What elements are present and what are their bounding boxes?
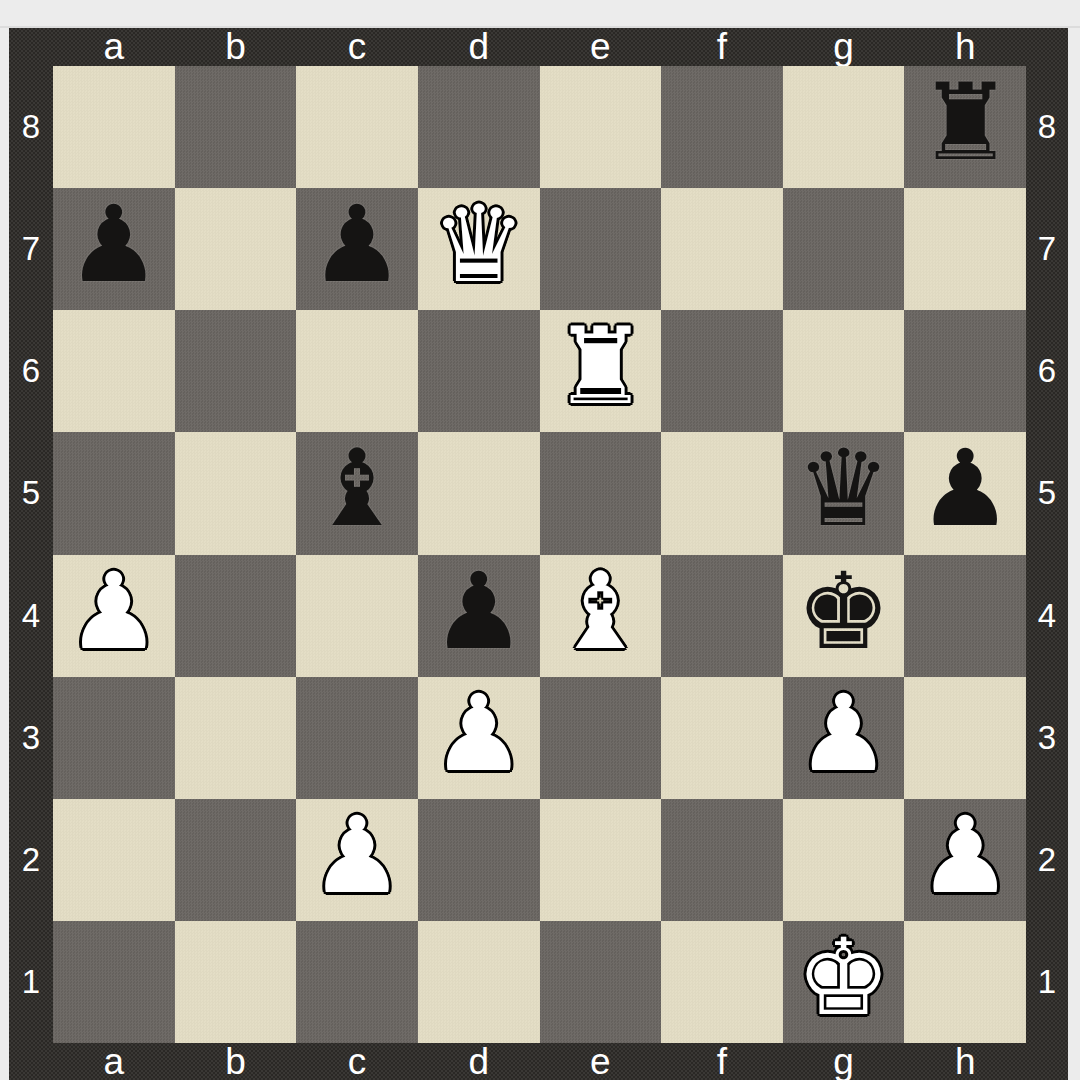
square-b2[interactable] [175,799,297,921]
black-pawn[interactable]: ♟ [66,192,161,298]
file-label-bottom-e: e [540,1043,662,1080]
rank-label-right-1: 1 [1026,921,1068,1043]
file-label-bottom-g: g [783,1043,905,1080]
square-a2[interactable] [53,799,175,921]
white-queen[interactable]: ♛ [431,192,526,298]
rank-label-left-1: 1 [9,921,53,1043]
white-pawn[interactable]: ♟ [796,681,891,787]
square-b6[interactable] [175,310,297,432]
square-b7[interactable] [175,188,297,310]
square-e8[interactable] [540,66,662,188]
square-b3[interactable] [175,677,297,799]
white-pawn[interactable]: ♟ [431,681,526,787]
rank-label-right-3: 3 [1026,677,1068,799]
square-a5[interactable] [53,432,175,554]
square-f3[interactable] [661,677,783,799]
square-c3[interactable] [296,677,418,799]
square-f8[interactable] [661,66,783,188]
square-g1[interactable]: ♚ [783,921,905,1043]
chess-board-frame: abcdefgh 87654321 87654321 ♜♟♟♛♜♝♛♟♟♟♝♚♟… [9,28,1068,1080]
white-bishop[interactable]: ♝ [553,559,648,665]
square-h4[interactable] [904,555,1026,677]
rank-label-right-6: 6 [1026,310,1068,432]
square-h6[interactable] [904,310,1026,432]
app-top-strip [0,0,1080,28]
file-label-top-c: c [296,28,418,66]
square-e2[interactable] [540,799,662,921]
square-a8[interactable] [53,66,175,188]
rank-label-left-6: 6 [9,310,53,432]
black-queen[interactable]: ♛ [796,436,891,542]
rank-label-left-5: 5 [9,432,53,554]
file-label-bottom-f: f [661,1043,783,1080]
square-e5[interactable] [540,432,662,554]
rank-labels-left: 87654321 [9,66,53,1043]
square-d3[interactable]: ♟ [418,677,540,799]
square-e7[interactable] [540,188,662,310]
square-a7[interactable]: ♟ [53,188,175,310]
white-pawn[interactable]: ♟ [66,559,161,665]
file-labels-bottom: abcdefgh [53,1043,1026,1080]
square-g7[interactable] [783,188,905,310]
square-h3[interactable] [904,677,1026,799]
square-d6[interactable] [418,310,540,432]
file-label-bottom-c: c [296,1043,418,1080]
square-a6[interactable] [53,310,175,432]
square-h1[interactable] [904,921,1026,1043]
board-grid: ♜♟♟♛♜♝♛♟♟♟♝♚♟♟♟♟♚ [53,66,1026,1043]
square-c2[interactable]: ♟ [296,799,418,921]
file-label-bottom-d: d [418,1043,540,1080]
square-g5[interactable]: ♛ [783,432,905,554]
square-d5[interactable] [418,432,540,554]
square-d7[interactable]: ♛ [418,188,540,310]
square-c6[interactable] [296,310,418,432]
square-b1[interactable] [175,921,297,1043]
square-a4[interactable]: ♟ [53,555,175,677]
black-bishop[interactable]: ♝ [310,436,405,542]
square-h5[interactable]: ♟ [904,432,1026,554]
square-f7[interactable] [661,188,783,310]
square-a1[interactable] [53,921,175,1043]
square-d4[interactable]: ♟ [418,555,540,677]
black-pawn[interactable]: ♟ [431,559,526,665]
square-d2[interactable] [418,799,540,921]
rank-label-left-4: 4 [9,555,53,677]
black-pawn[interactable]: ♟ [918,436,1013,542]
square-b5[interactable] [175,432,297,554]
square-c5[interactable]: ♝ [296,432,418,554]
square-g6[interactable] [783,310,905,432]
file-label-bottom-a: a [53,1043,175,1080]
file-labels-top: abcdefgh [53,28,1026,66]
file-label-top-b: b [175,28,297,66]
square-g8[interactable] [783,66,905,188]
square-c8[interactable] [296,66,418,188]
white-king[interactable]: ♚ [796,925,891,1031]
rank-label-left-2: 2 [9,799,53,921]
square-c4[interactable] [296,555,418,677]
file-label-top-f: f [661,28,783,66]
file-label-top-e: e [540,28,662,66]
file-label-top-a: a [53,28,175,66]
square-e6[interactable]: ♜ [540,310,662,432]
rank-label-right-5: 5 [1026,432,1068,554]
square-a3[interactable] [53,677,175,799]
square-f4[interactable] [661,555,783,677]
square-g4[interactable]: ♚ [783,555,905,677]
black-king[interactable]: ♚ [796,559,891,665]
white-pawn[interactable]: ♟ [310,803,405,909]
square-f2[interactable] [661,799,783,921]
square-d8[interactable] [418,66,540,188]
rank-label-right-8: 8 [1026,66,1068,188]
black-rook[interactable]: ♜ [918,70,1013,176]
square-h7[interactable] [904,188,1026,310]
file-label-bottom-h: h [904,1043,1026,1080]
black-pawn[interactable]: ♟ [310,192,405,298]
square-b4[interactable] [175,555,297,677]
rank-label-right-4: 4 [1026,555,1068,677]
square-e1[interactable] [540,921,662,1043]
square-f5[interactable] [661,432,783,554]
square-c1[interactable] [296,921,418,1043]
rank-label-right-7: 7 [1026,188,1068,310]
white-rook[interactable]: ♜ [553,314,648,420]
square-b8[interactable] [175,66,297,188]
file-label-top-g: g [783,28,905,66]
white-pawn[interactable]: ♟ [918,803,1013,909]
file-label-bottom-b: b [175,1043,297,1080]
square-c7[interactable]: ♟ [296,188,418,310]
rank-label-left-3: 3 [9,677,53,799]
rank-label-left-8: 8 [9,66,53,188]
square-h2[interactable]: ♟ [904,799,1026,921]
square-f1[interactable] [661,921,783,1043]
square-g2[interactable] [783,799,905,921]
square-g3[interactable]: ♟ [783,677,905,799]
rank-label-left-7: 7 [9,188,53,310]
square-h8[interactable]: ♜ [904,66,1026,188]
rank-label-right-2: 2 [1026,799,1068,921]
square-e3[interactable] [540,677,662,799]
square-e4[interactable]: ♝ [540,555,662,677]
rank-labels-right: 87654321 [1026,66,1068,1043]
square-d1[interactable] [418,921,540,1043]
square-f6[interactable] [661,310,783,432]
file-label-top-d: d [418,28,540,66]
